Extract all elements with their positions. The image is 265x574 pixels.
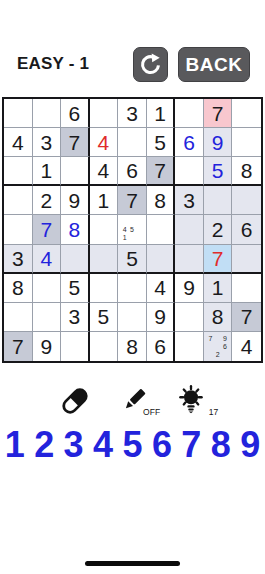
cell-r8c8[interactable]: 8	[204, 303, 233, 332]
cell-r1c1[interactable]	[4, 99, 33, 128]
cell-r6c7[interactable]	[175, 245, 204, 274]
cell-r5c6[interactable]	[147, 215, 176, 244]
cell-r4c4[interactable]: 1	[90, 186, 119, 215]
cell-r6c1[interactable]: 3	[4, 245, 33, 274]
cell-digit: 1	[98, 190, 110, 211]
cell-r5c7[interactable]	[175, 215, 204, 244]
cell-digit: 6	[126, 160, 138, 181]
cell-r6c6[interactable]	[147, 245, 176, 274]
numpad-9[interactable]: 9	[236, 422, 265, 468]
sudoku-board: 6317437456914675829178378145263457854913…	[2, 97, 263, 363]
cell-r7c4[interactable]	[90, 274, 119, 303]
numpad-5[interactable]: 5	[118, 422, 147, 468]
cell-digit: 7	[12, 336, 24, 357]
cell-r4c2[interactable]: 2	[33, 186, 62, 215]
cell-digit: 7	[212, 103, 224, 124]
cell-digit: 8	[69, 219, 81, 240]
cell-r2c8[interactable]: 9	[204, 128, 233, 157]
numpad-6[interactable]: 6	[147, 422, 176, 468]
cell-digit: 2	[212, 219, 224, 240]
number-pad: 123456789	[0, 422, 265, 468]
cell-r9c8[interactable]: 2679	[204, 332, 233, 361]
restart-button[interactable]	[133, 47, 168, 82]
cell-digit: 4	[12, 132, 24, 153]
cell-digit: 4	[154, 277, 166, 298]
cell-r6c8[interactable]: 7	[204, 245, 233, 274]
cell-digit: 3	[69, 306, 81, 327]
numpad-1[interactable]: 1	[0, 422, 29, 468]
home-indicator[interactable]	[85, 561, 180, 566]
cell-r7c5[interactable]	[118, 274, 147, 303]
cell-digit: 2	[40, 190, 52, 211]
cell-r6c5[interactable]: 5	[118, 245, 147, 274]
cell-r9c1[interactable]: 7	[4, 332, 33, 361]
cell-r9c9[interactable]: 4	[232, 332, 261, 361]
cell-r8c1[interactable]	[4, 303, 33, 332]
cell-r8c6[interactable]: 9	[147, 303, 176, 332]
cell-r3c1[interactable]	[4, 157, 33, 186]
cell-r1c3[interactable]: 6	[61, 99, 90, 128]
cell-r2c2[interactable]: 3	[33, 128, 62, 157]
cell-r3c5[interactable]: 6	[118, 157, 147, 186]
cell-r1c9[interactable]	[232, 99, 261, 128]
cell-digit: 1	[212, 277, 224, 298]
cell-r1c8[interactable]: 7	[204, 99, 233, 128]
light-bulb-icon	[174, 384, 208, 418]
difficulty-title: EASY - 1	[17, 54, 89, 74]
cell-r2c7[interactable]: 6	[175, 128, 204, 157]
cell-r1c4[interactable]	[90, 99, 119, 128]
cell-r5c9[interactable]: 6	[232, 215, 261, 244]
cell-r7c1[interactable]: 8	[4, 274, 33, 303]
cell-r4c1[interactable]	[4, 186, 33, 215]
numpad-3[interactable]: 3	[59, 422, 88, 468]
cell-r7c7[interactable]: 9	[175, 274, 204, 303]
cell-digit: 5	[126, 248, 138, 269]
cell-r2c6[interactable]: 5	[147, 128, 176, 157]
pencil-notes: 145	[118, 215, 146, 243]
cell-r2c5[interactable]	[118, 128, 147, 157]
cell-r8c7[interactable]	[175, 303, 204, 332]
cell-r7c3[interactable]: 5	[61, 274, 90, 303]
cell-digit: 5	[212, 160, 224, 181]
cell-r9c2[interactable]: 9	[33, 332, 62, 361]
cell-r3c9[interactable]: 8	[232, 157, 261, 186]
cell-r4c6[interactable]: 8	[147, 186, 176, 215]
cell-r2c9[interactable]	[232, 128, 261, 157]
cell-r4c3[interactable]: 9	[61, 186, 90, 215]
numpad-2[interactable]: 2	[29, 422, 58, 468]
cell-r8c3[interactable]: 3	[61, 303, 90, 332]
cell-r9c6[interactable]: 6	[147, 332, 176, 361]
cell-r9c4[interactable]	[90, 332, 119, 361]
cell-r4c8[interactable]	[204, 186, 233, 215]
pencil-notes: 2679	[204, 332, 232, 361]
pencil-mode-label: OFF	[143, 407, 161, 417]
cell-digit: 8	[12, 277, 24, 298]
cell-r1c5[interactable]: 3	[118, 99, 147, 128]
numpad-8[interactable]: 8	[206, 422, 235, 468]
back-button[interactable]: BACK	[178, 47, 250, 82]
eraser-icon	[58, 384, 92, 418]
cell-r3c7[interactable]	[175, 157, 204, 186]
cell-digit: 7	[212, 248, 224, 269]
cell-r6c4[interactable]	[90, 245, 119, 274]
cell-r6c3[interactable]	[61, 245, 90, 274]
cell-digit: 7	[69, 132, 81, 153]
cell-digit: 5	[154, 132, 166, 153]
cell-r2c4[interactable]: 4	[90, 128, 119, 157]
restart-icon	[139, 53, 162, 76]
cell-r2c3[interactable]: 7	[61, 128, 90, 157]
cell-digit: 3	[126, 103, 138, 124]
cell-digit: 5	[98, 306, 110, 327]
cell-r1c6[interactable]: 1	[147, 99, 176, 128]
cell-r9c3[interactable]	[61, 332, 90, 361]
cell-r5c4[interactable]	[90, 215, 119, 244]
cell-digit: 8	[241, 160, 253, 181]
cell-digit: 9	[69, 190, 81, 211]
cell-r5c8[interactable]: 2	[204, 215, 233, 244]
toolbar: OFF	[0, 380, 265, 422]
hint-count-badge: 17	[209, 407, 219, 417]
numpad-4[interactable]: 4	[88, 422, 117, 468]
cell-r3c3[interactable]	[61, 157, 90, 186]
cell-r6c2[interactable]: 4	[33, 245, 62, 274]
cell-digit: 8	[126, 336, 138, 357]
cell-digit: 8	[154, 190, 166, 211]
cell-digit: 4	[98, 132, 110, 153]
cell-digit: 7	[154, 160, 166, 181]
cell-digit: 1	[40, 160, 52, 181]
cell-r8c5[interactable]	[118, 303, 147, 332]
cell-r1c7[interactable]	[175, 99, 204, 128]
back-button-label: BACK	[186, 54, 243, 76]
cell-r4c5[interactable]: 7	[118, 186, 147, 215]
cell-r5c5[interactable]: 145	[118, 215, 147, 244]
cell-r7c8[interactable]: 1	[204, 274, 233, 303]
cell-digit: 6	[241, 219, 253, 240]
cell-digit: 6	[69, 103, 81, 124]
cell-r3c6[interactable]: 7	[147, 157, 176, 186]
cell-digit: 7	[126, 190, 138, 211]
cell-r6c9[interactable]	[232, 245, 261, 274]
cell-r3c2[interactable]: 1	[33, 157, 62, 186]
cell-r5c1[interactable]	[4, 215, 33, 244]
cell-digit: 3	[40, 132, 52, 153]
cell-r5c2[interactable]: 7	[33, 215, 62, 244]
cell-r3c8[interactable]: 5	[204, 157, 233, 186]
cell-digit: 4	[98, 160, 110, 181]
cell-digit: 4	[241, 336, 253, 357]
cell-r9c5[interactable]: 8	[118, 332, 147, 361]
numpad-7[interactable]: 7	[177, 422, 206, 468]
cell-digit: 9	[154, 306, 166, 327]
cell-r3c4[interactable]: 4	[90, 157, 119, 186]
cell-r7c9[interactable]	[232, 274, 261, 303]
cell-r4c9[interactable]	[232, 186, 261, 215]
cell-digit: 9	[183, 277, 195, 298]
cell-digit: 7	[40, 219, 52, 240]
cell-r8c2[interactable]	[33, 303, 62, 332]
cell-r8c4[interactable]: 5	[90, 303, 119, 332]
cell-r1c2[interactable]	[33, 99, 62, 128]
sudoku-app-screen: EASY - 1 BACK 63174374569146758291783781…	[0, 0, 265, 574]
cell-digit: 3	[12, 248, 24, 269]
cell-r5c3[interactable]: 8	[61, 215, 90, 244]
cell-digit: 4	[40, 248, 52, 269]
cell-digit: 9	[40, 336, 52, 357]
eraser-button[interactable]	[55, 381, 95, 421]
cell-r9c7[interactable]	[175, 332, 204, 361]
cell-digit: 1	[154, 103, 166, 124]
cell-digit: 3	[183, 190, 195, 211]
cell-digit: 7	[241, 306, 253, 327]
cell-r4c7[interactable]: 3	[175, 186, 204, 215]
cell-r2c1[interactable]: 4	[4, 128, 33, 157]
cell-digit: 8	[212, 306, 224, 327]
cell-digit: 5	[69, 277, 81, 298]
hint-button[interactable]: 17	[171, 381, 211, 421]
cell-digit: 9	[212, 132, 224, 153]
pencil-notes-button[interactable]: OFF	[113, 381, 153, 421]
cell-digit: 6	[154, 336, 166, 357]
cell-r7c6[interactable]: 4	[147, 274, 176, 303]
cell-r8c9[interactable]: 7	[232, 303, 261, 332]
cell-r7c2[interactable]	[33, 274, 62, 303]
cell-digit: 6	[183, 132, 195, 153]
